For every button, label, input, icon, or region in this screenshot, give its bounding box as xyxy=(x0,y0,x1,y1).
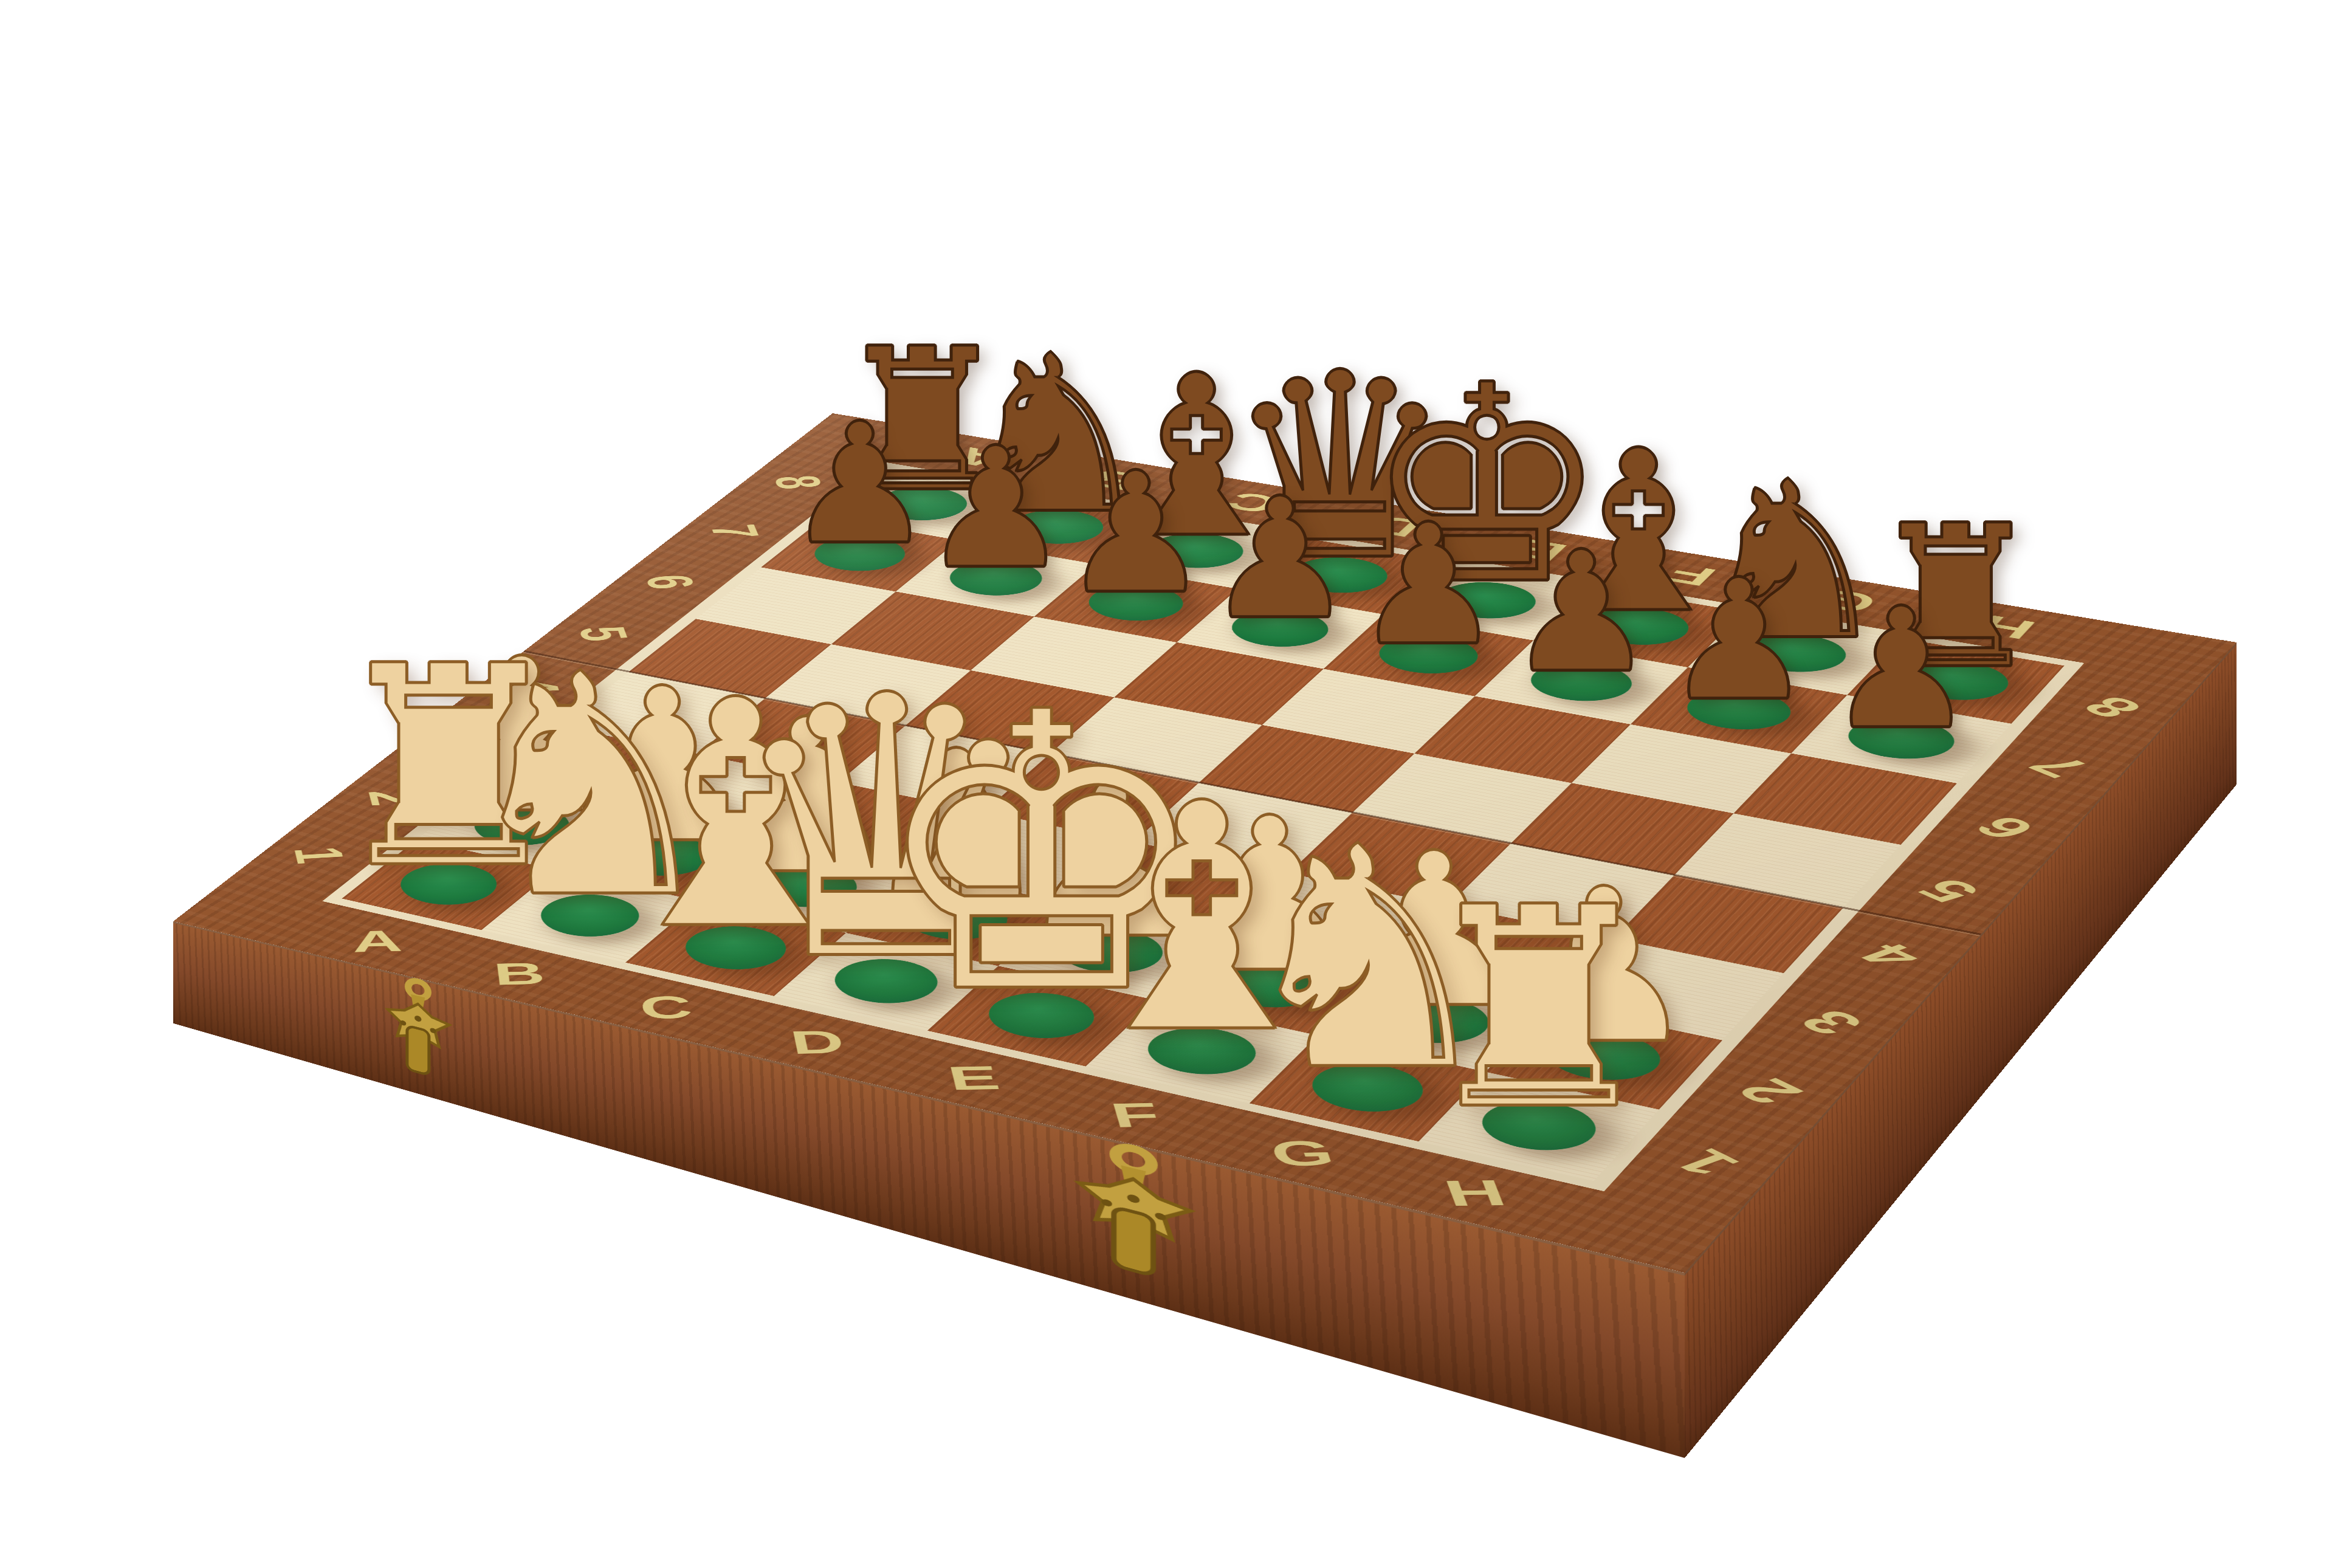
file-label-f: F xyxy=(1040,1086,1234,1144)
rank-label-2: 2 xyxy=(312,771,476,825)
rank-label-3: 3 xyxy=(384,716,548,768)
file-label-e: E xyxy=(881,1050,1068,1107)
file-label-a: A xyxy=(297,915,461,968)
chess-set-photo: AABBCCDDEEFFGGHH1122334455667788 ♜♞♝♛♚♝♞… xyxy=(0,0,2352,1568)
file-label-b: B xyxy=(436,947,605,1000)
file-label-g: G xyxy=(1203,1124,1405,1183)
file-label-h: H xyxy=(1373,1163,1581,1223)
brass-latch-icon xyxy=(1072,1126,1197,1326)
rank-label-1: 1 xyxy=(238,828,403,883)
brass-latch xyxy=(1072,1126,1197,1326)
file-label-c: C xyxy=(580,980,755,1035)
file-label-d: D xyxy=(728,1014,909,1070)
